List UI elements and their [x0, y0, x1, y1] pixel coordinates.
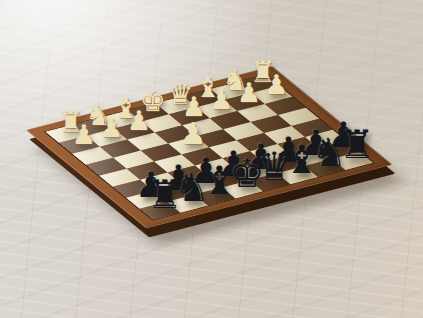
scene: ♜♞♝♚♛♝♞♜♟♟♟♟♟♟♟♟♟♟♟♟♟♟♟♟♜♞♝♚♛♝♞♜	[0, 0, 423, 318]
